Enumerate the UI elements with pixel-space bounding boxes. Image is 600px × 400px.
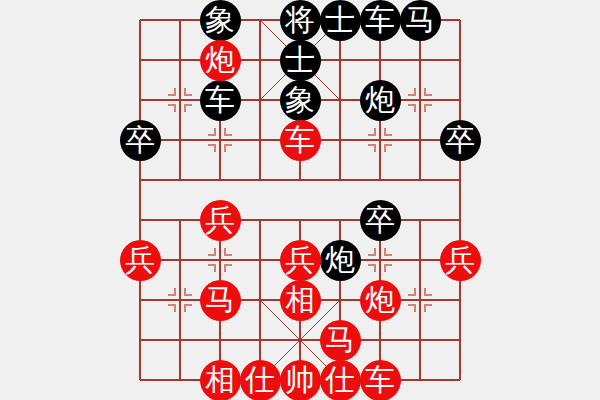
board-point-6-5[interactable]: 卒	[360, 200, 400, 240]
board-point-4-5[interactable]	[280, 200, 320, 240]
board-point-3-9[interactable]: 仕	[240, 360, 280, 400]
piece-red-horse[interactable]: 马	[320, 320, 361, 361]
board-point-8-2[interactable]	[440, 80, 480, 120]
board-point-1-5[interactable]	[160, 200, 200, 240]
xiangqi-board: 象将士车马炮士车象炮卒车卒兵卒兵兵炮兵马相炮马相仕帅仕车	[120, 0, 480, 400]
board-point-4-2[interactable]: 象	[280, 80, 320, 120]
board-point-3-7[interactable]	[240, 280, 280, 320]
board-point-5-1[interactable]	[320, 40, 360, 80]
piece-black-advisor[interactable]: 士	[280, 40, 321, 81]
board-point-2-0[interactable]: 象	[200, 0, 240, 40]
board-point-1-4[interactable]	[160, 160, 200, 200]
board-point-0-0[interactable]	[120, 0, 160, 40]
board-point-4-4[interactable]	[280, 160, 320, 200]
board-point-6-0[interactable]: 车	[360, 0, 400, 40]
piece-red-king[interactable]: 帅	[280, 360, 321, 400]
board-point-2-3[interactable]	[200, 120, 240, 160]
board-point-6-2[interactable]: 炮	[360, 80, 400, 120]
board-point-7-9[interactable]	[400, 360, 440, 400]
piece-red-horse[interactable]: 马	[200, 280, 241, 321]
board-point-2-4[interactable]	[200, 160, 240, 200]
board-point-2-5[interactable]: 兵	[200, 200, 240, 240]
board-point-4-0[interactable]: 将	[280, 0, 320, 40]
board-point-7-7[interactable]	[400, 280, 440, 320]
board-point-8-9[interactable]	[440, 360, 480, 400]
piece-black-pawn[interactable]: 卒	[440, 120, 481, 161]
board-point-8-3[interactable]: 卒	[440, 120, 480, 160]
board-point-5-3[interactable]	[320, 120, 360, 160]
board-point-8-4[interactable]	[440, 160, 480, 200]
board-point-6-7[interactable]: 炮	[360, 280, 400, 320]
board-point-2-1[interactable]: 炮	[200, 40, 240, 80]
board-point-0-6[interactable]: 兵	[120, 240, 160, 280]
piece-red-pawn[interactable]: 兵	[200, 200, 241, 241]
piece-black-advisor[interactable]: 士	[320, 0, 361, 41]
board-point-0-1[interactable]	[120, 40, 160, 80]
piece-black-cannon[interactable]: 炮	[320, 240, 361, 281]
board-point-1-8[interactable]	[160, 320, 200, 360]
board-point-3-3[interactable]	[240, 120, 280, 160]
board-point-3-0[interactable]	[240, 0, 280, 40]
board-point-7-4[interactable]	[400, 160, 440, 200]
piece-red-pawn[interactable]: 兵	[440, 240, 481, 281]
board-point-1-0[interactable]	[160, 0, 200, 40]
board-point-8-1[interactable]	[440, 40, 480, 80]
board-point-4-9[interactable]: 帅	[280, 360, 320, 400]
board-point-1-3[interactable]	[160, 120, 200, 160]
board-point-3-8[interactable]	[240, 320, 280, 360]
board-point-1-7[interactable]	[160, 280, 200, 320]
board-point-0-2[interactable]	[120, 80, 160, 120]
board-point-3-1[interactable]	[240, 40, 280, 80]
board-point-8-0[interactable]	[440, 0, 480, 40]
board-point-7-3[interactable]	[400, 120, 440, 160]
board-point-6-6[interactable]	[360, 240, 400, 280]
board-point-7-8[interactable]	[400, 320, 440, 360]
piece-red-cannon[interactable]: 炮	[360, 280, 401, 321]
board-point-0-8[interactable]	[120, 320, 160, 360]
board-point-4-7[interactable]: 相	[280, 280, 320, 320]
board-point-2-9[interactable]: 相	[200, 360, 240, 400]
piece-red-pawn[interactable]: 兵	[120, 240, 161, 281]
board-point-3-6[interactable]	[240, 240, 280, 280]
piece-red-rook[interactable]: 车	[360, 360, 401, 400]
board-point-8-7[interactable]	[440, 280, 480, 320]
board-point-1-2[interactable]	[160, 80, 200, 120]
board-point-6-4[interactable]	[360, 160, 400, 200]
board-point-1-6[interactable]	[160, 240, 200, 280]
board-point-2-6[interactable]	[200, 240, 240, 280]
piece-red-advisor[interactable]: 仕	[320, 360, 361, 400]
board-point-6-9[interactable]: 车	[360, 360, 400, 400]
board-point-4-1[interactable]: 士	[280, 40, 320, 80]
piece-black-pawn[interactable]: 卒	[360, 200, 401, 241]
board-point-7-0[interactable]: 马	[400, 0, 440, 40]
board-point-1-1[interactable]	[160, 40, 200, 80]
board-point-2-7[interactable]: 马	[200, 280, 240, 320]
board-point-5-0[interactable]: 士	[320, 0, 360, 40]
piece-red-cannon[interactable]: 炮	[200, 40, 241, 81]
board-point-3-5[interactable]	[240, 200, 280, 240]
piece-red-elephant[interactable]: 相	[200, 360, 241, 400]
board-point-0-4[interactable]	[120, 160, 160, 200]
board-point-0-9[interactable]	[120, 360, 160, 400]
piece-black-rook[interactable]: 车	[200, 80, 241, 121]
board-point-1-9[interactable]	[160, 360, 200, 400]
board-point-0-5[interactable]	[120, 200, 160, 240]
board-point-6-1[interactable]	[360, 40, 400, 80]
board-point-0-3[interactable]: 卒	[120, 120, 160, 160]
board-point-5-6[interactable]: 炮	[320, 240, 360, 280]
board-point-8-8[interactable]	[440, 320, 480, 360]
piece-red-pawn[interactable]: 兵	[280, 240, 321, 281]
board-point-4-6[interactable]: 兵	[280, 240, 320, 280]
board-point-6-3[interactable]	[360, 120, 400, 160]
board-point-7-2[interactable]	[400, 80, 440, 120]
board-point-3-4[interactable]	[240, 160, 280, 200]
piece-black-cannon[interactable]: 炮	[360, 80, 401, 121]
board-point-7-6[interactable]	[400, 240, 440, 280]
xiangqi-app-background: 象将士车马炮士车象炮卒车卒兵卒兵兵炮兵马相炮马相仕帅仕车	[0, 0, 600, 400]
board-point-5-2[interactable]	[320, 80, 360, 120]
board-point-5-4[interactable]	[320, 160, 360, 200]
board-point-7-5[interactable]	[400, 200, 440, 240]
piece-red-advisor[interactable]: 仕	[240, 360, 281, 400]
board-point-5-9[interactable]: 仕	[320, 360, 360, 400]
board-point-2-8[interactable]	[200, 320, 240, 360]
board-point-5-7[interactable]	[320, 280, 360, 320]
piece-red-rook[interactable]: 车	[280, 120, 321, 161]
piece-black-elephant[interactable]: 象	[280, 80, 321, 121]
board-point-3-2[interactable]	[240, 80, 280, 120]
board-point-6-8[interactable]	[360, 320, 400, 360]
piece-black-horse[interactable]: 马	[400, 0, 441, 41]
piece-black-elephant[interactable]: 象	[200, 0, 241, 41]
board-point-8-6[interactable]: 兵	[440, 240, 480, 280]
piece-black-rook[interactable]: 车	[360, 0, 401, 41]
board-point-7-1[interactable]	[400, 40, 440, 80]
board-point-5-8[interactable]: 马	[320, 320, 360, 360]
board-point-0-7[interactable]	[120, 280, 160, 320]
board-point-5-5[interactable]	[320, 200, 360, 240]
piece-black-pawn[interactable]: 卒	[120, 120, 161, 161]
piece-red-elephant[interactable]: 相	[280, 280, 321, 321]
board-point-4-3[interactable]: 车	[280, 120, 320, 160]
piece-black-king[interactable]: 将	[280, 0, 321, 41]
board-point-4-8[interactable]	[280, 320, 320, 360]
board-point-2-2[interactable]: 车	[200, 80, 240, 120]
board-point-8-5[interactable]	[440, 200, 480, 240]
